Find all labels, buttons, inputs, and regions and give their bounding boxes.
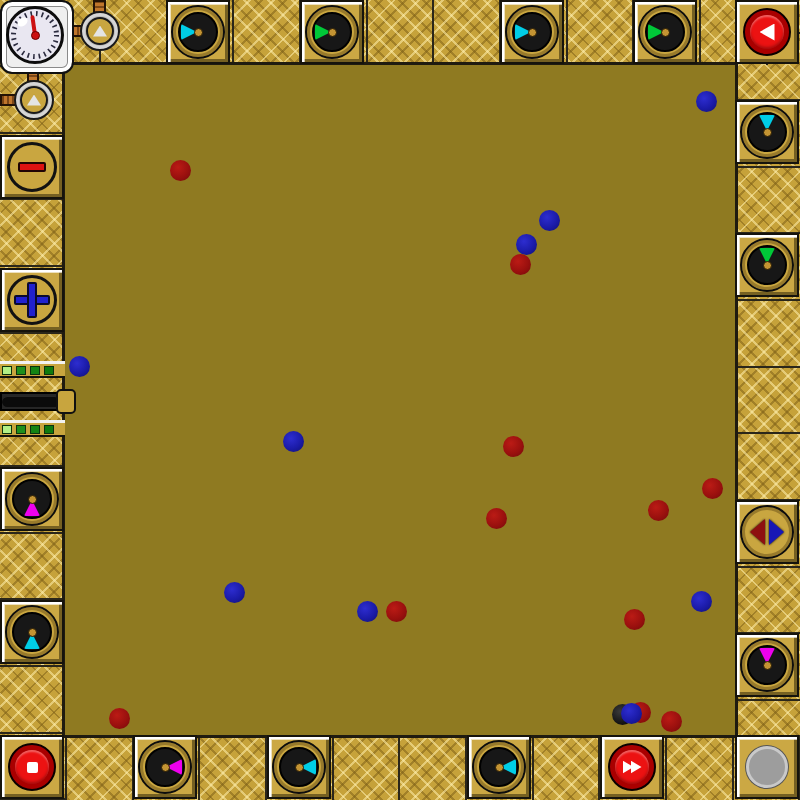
dial-bottom-1[interactable] xyxy=(133,735,197,799)
left-right-diamond-button-tile[interactable] xyxy=(735,500,799,564)
dial-bottom-3[interactable] xyxy=(467,735,531,799)
dial-bezel xyxy=(740,638,794,692)
vent-left-button[interactable] xyxy=(14,80,54,120)
minus-button[interactable] xyxy=(7,142,57,192)
dial-top-1[interactable] xyxy=(166,0,230,64)
blue-ball xyxy=(224,582,245,603)
dial-center-dot xyxy=(194,28,203,37)
dial-bezel xyxy=(472,740,526,794)
meter-segment xyxy=(16,425,26,434)
plus-button[interactable] xyxy=(7,275,57,325)
red-ball xyxy=(503,436,524,457)
dial-bezel xyxy=(138,740,192,794)
vent-bezel xyxy=(86,17,114,45)
dial-bezel xyxy=(305,5,359,59)
dial-face xyxy=(747,245,787,285)
dial-center-dot xyxy=(763,128,772,137)
dial-bezel xyxy=(171,5,225,59)
dial-face xyxy=(145,747,185,787)
meter-segment xyxy=(2,425,12,434)
meter-segment xyxy=(30,425,40,434)
red-ball xyxy=(486,508,507,529)
dial-center-dot xyxy=(328,28,337,37)
dial-right-3[interactable] xyxy=(735,633,799,697)
blank-gray-button[interactable] xyxy=(746,746,788,788)
dial-face xyxy=(12,479,52,519)
dial-top-3[interactable] xyxy=(500,0,564,64)
minus-icon xyxy=(18,162,46,172)
dial-center-dot xyxy=(528,28,537,37)
blue-ball xyxy=(696,91,717,112)
blue-ball xyxy=(691,591,712,612)
meter-segment xyxy=(44,425,54,434)
dial-face xyxy=(747,112,787,152)
left-right-diamond-button[interactable] xyxy=(740,505,794,559)
dial-face xyxy=(312,12,352,52)
dial-bezel xyxy=(505,5,559,59)
vent-top-button[interactable] xyxy=(80,11,120,51)
red-ball xyxy=(170,160,191,181)
tile-grout-bottom xyxy=(0,735,800,800)
dial-right-2[interactable] xyxy=(735,233,799,297)
dial-bezel xyxy=(740,238,794,292)
up-triangle-icon xyxy=(93,26,107,37)
meter-top xyxy=(0,361,65,378)
dial-bezel xyxy=(5,472,59,526)
meter-bottom xyxy=(0,420,65,437)
red-ball xyxy=(702,478,723,499)
dial-center-dot xyxy=(763,661,772,670)
left-right-arrows-icon xyxy=(750,519,784,545)
fast-forward-button-tile[interactable] xyxy=(600,735,664,799)
plunger-slider-handle[interactable] xyxy=(2,396,60,407)
dial-bezel xyxy=(740,105,794,159)
dial-face xyxy=(479,747,519,787)
dial-right-1[interactable] xyxy=(735,100,799,164)
dial-face xyxy=(279,747,319,787)
pressure-gauge xyxy=(6,6,64,64)
dial-center-dot xyxy=(661,28,670,37)
left-triangle-icon xyxy=(760,24,775,41)
simulation-board xyxy=(0,0,800,800)
fast-forward-button[interactable] xyxy=(608,743,656,791)
red-ball xyxy=(661,711,682,732)
blue-ball xyxy=(516,234,537,255)
blue-ball xyxy=(283,431,304,452)
dial-top-4[interactable] xyxy=(633,0,697,64)
red-left-triangle-icon xyxy=(750,519,765,545)
blue-ball xyxy=(539,210,560,231)
red-ball xyxy=(648,500,669,521)
stop-button[interactable] xyxy=(8,743,56,791)
plunger-slider-cap[interactable] xyxy=(56,389,76,414)
dial-face xyxy=(178,12,218,52)
dial-bottom-2[interactable] xyxy=(267,735,331,799)
plus-button-tile[interactable] xyxy=(0,268,64,332)
back-button[interactable] xyxy=(743,8,791,56)
blue-ball xyxy=(357,601,378,622)
red-ball xyxy=(510,254,531,275)
blank-gray-button-tile[interactable] xyxy=(735,735,799,799)
dial-left-2[interactable] xyxy=(0,600,64,664)
red-ball xyxy=(109,708,130,729)
dial-bezel xyxy=(5,605,59,659)
dial-face xyxy=(512,12,552,52)
gauge-hub xyxy=(31,31,40,40)
dial-left-1[interactable] xyxy=(0,467,64,531)
arena[interactable] xyxy=(65,65,735,735)
dial-top-2[interactable] xyxy=(300,0,364,64)
stop-button-tile[interactable] xyxy=(0,735,64,799)
dial-face xyxy=(747,645,787,685)
dial-center-dot xyxy=(28,495,37,504)
blue-right-triangle-icon xyxy=(769,519,784,545)
blue-ball xyxy=(621,703,642,724)
dial-bezel xyxy=(272,740,326,794)
pressure-gauge-tile xyxy=(0,0,74,74)
meter-segment xyxy=(2,366,12,375)
blue-ball xyxy=(69,356,90,377)
dial-face xyxy=(645,12,685,52)
stop-square-icon xyxy=(27,762,38,773)
vent-bezel xyxy=(20,86,48,114)
meter-segment xyxy=(30,366,40,375)
minus-button-tile[interactable] xyxy=(0,135,64,199)
dial-center-dot xyxy=(295,763,304,772)
back-button-tile[interactable] xyxy=(735,0,799,64)
red-ball xyxy=(624,609,645,630)
red-ball xyxy=(386,601,407,622)
dial-bezel xyxy=(638,5,692,59)
meter-segment xyxy=(44,366,54,375)
fast-forward-icon xyxy=(623,761,642,774)
dial-center-dot xyxy=(763,261,772,270)
up-triangle-icon xyxy=(27,95,41,106)
plus-icon xyxy=(13,281,51,319)
dial-center-dot xyxy=(495,763,504,772)
dial-center-dot xyxy=(28,628,37,637)
dial-face xyxy=(12,612,52,652)
meter-segment xyxy=(16,366,26,375)
dial-center-dot xyxy=(161,763,170,772)
